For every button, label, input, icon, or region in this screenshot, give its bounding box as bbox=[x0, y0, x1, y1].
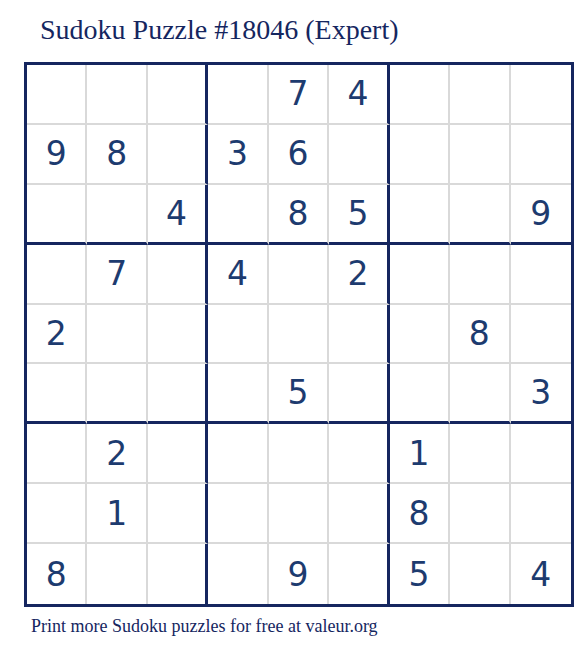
sudoku-cell-r6c9: 3 bbox=[511, 364, 571, 424]
sudoku-cell-r2c9 bbox=[511, 125, 571, 185]
sudoku-cell-r4c1 bbox=[27, 245, 87, 305]
sudoku-cell-r5c1: 2 bbox=[27, 305, 87, 365]
sudoku-cell-r2c2: 8 bbox=[87, 125, 147, 185]
sudoku-cell-r9c2 bbox=[87, 544, 147, 604]
sudoku-cell-r7c1 bbox=[27, 424, 87, 484]
sudoku-cell-r8c4 bbox=[208, 484, 268, 544]
footer-note: Print more Sudoku puzzles for free at va… bbox=[31, 616, 378, 637]
sudoku-cell-r6c5: 5 bbox=[269, 364, 329, 424]
sudoku-cell-r4c5 bbox=[269, 245, 329, 305]
sudoku-cell-r8c5 bbox=[269, 484, 329, 544]
sudoku-cell-r7c8 bbox=[450, 424, 510, 484]
sudoku-cell-r5c2 bbox=[87, 305, 147, 365]
sudoku-cell-r6c3 bbox=[148, 364, 208, 424]
sudoku-cell-r1c9 bbox=[511, 65, 571, 125]
sudoku-cell-r2c3 bbox=[148, 125, 208, 185]
sudoku-cell-r3c9: 9 bbox=[511, 185, 571, 245]
sudoku-cell-r7c2: 2 bbox=[87, 424, 147, 484]
sudoku-cell-r1c5: 7 bbox=[269, 65, 329, 125]
sudoku-cell-r5c3 bbox=[148, 305, 208, 365]
sudoku-cell-r8c2: 1 bbox=[87, 484, 147, 544]
sudoku-cell-r5c4 bbox=[208, 305, 268, 365]
page-title: Sudoku Puzzle #18046 (Expert) bbox=[40, 14, 399, 46]
sudoku-cell-r3c6: 5 bbox=[329, 185, 389, 245]
sudoku-cell-r9c5: 9 bbox=[269, 544, 329, 604]
sudoku-cell-r1c2 bbox=[87, 65, 147, 125]
sudoku-cell-r5c8: 8 bbox=[450, 305, 510, 365]
sudoku-cell-r9c3 bbox=[148, 544, 208, 604]
sudoku-cell-r5c9 bbox=[511, 305, 571, 365]
sudoku-cell-r9c9: 4 bbox=[511, 544, 571, 604]
sudoku-cell-r9c6 bbox=[329, 544, 389, 604]
sudoku-cell-r3c4 bbox=[208, 185, 268, 245]
sudoku-cell-r2c1: 9 bbox=[27, 125, 87, 185]
sudoku-cell-r2c6 bbox=[329, 125, 389, 185]
sudoku-cell-r6c6 bbox=[329, 364, 389, 424]
sudoku-cell-r6c4 bbox=[208, 364, 268, 424]
sudoku-cell-r6c8 bbox=[450, 364, 510, 424]
sudoku-cell-r4c4: 4 bbox=[208, 245, 268, 305]
sudoku-cell-r5c5 bbox=[269, 305, 329, 365]
sudoku-cell-r7c3 bbox=[148, 424, 208, 484]
sudoku-cell-r8c6 bbox=[329, 484, 389, 544]
sudoku-cell-r8c1 bbox=[27, 484, 87, 544]
sudoku-cell-r7c9 bbox=[511, 424, 571, 484]
sudoku-cell-r3c8 bbox=[450, 185, 510, 245]
sudoku-cell-r3c3: 4 bbox=[148, 185, 208, 245]
sudoku-cell-r2c7 bbox=[390, 125, 450, 185]
sudoku-cell-r6c7 bbox=[390, 364, 450, 424]
sudoku-cell-r7c4 bbox=[208, 424, 268, 484]
sudoku-cell-r6c2 bbox=[87, 364, 147, 424]
sudoku-cell-r4c8 bbox=[450, 245, 510, 305]
sudoku-cell-r9c1: 8 bbox=[27, 544, 87, 604]
sudoku-cell-r4c9 bbox=[511, 245, 571, 305]
sudoku-cell-r1c7 bbox=[390, 65, 450, 125]
sudoku-cell-r3c1 bbox=[27, 185, 87, 245]
sudoku-cell-r1c6: 4 bbox=[329, 65, 389, 125]
sudoku-cell-r5c7 bbox=[390, 305, 450, 365]
sudoku-cell-r9c7: 5 bbox=[390, 544, 450, 604]
sudoku-cell-r6c1 bbox=[27, 364, 87, 424]
sudoku-cell-r4c2: 7 bbox=[87, 245, 147, 305]
sudoku-cell-r7c7: 1 bbox=[390, 424, 450, 484]
sudoku-board: 7498364859742285321188954 bbox=[24, 62, 574, 607]
sudoku-cell-r4c6: 2 bbox=[329, 245, 389, 305]
sudoku-cell-r8c8 bbox=[450, 484, 510, 544]
sudoku-cell-r3c5: 8 bbox=[269, 185, 329, 245]
sudoku-cell-r1c8 bbox=[450, 65, 510, 125]
sudoku-cell-r9c4 bbox=[208, 544, 268, 604]
sudoku-cell-r1c4 bbox=[208, 65, 268, 125]
sudoku-cell-r8c9 bbox=[511, 484, 571, 544]
sudoku-cell-r8c3 bbox=[148, 484, 208, 544]
sudoku-cell-r8c7: 8 bbox=[390, 484, 450, 544]
sudoku-cell-r1c1 bbox=[27, 65, 87, 125]
sudoku-cell-r2c8 bbox=[450, 125, 510, 185]
sudoku-cell-r2c5: 6 bbox=[269, 125, 329, 185]
sudoku-cell-r4c3 bbox=[148, 245, 208, 305]
sudoku-cell-r4c7 bbox=[390, 245, 450, 305]
sudoku-cell-r3c7 bbox=[390, 185, 450, 245]
sudoku-cell-r7c6 bbox=[329, 424, 389, 484]
sudoku-cell-r1c3 bbox=[148, 65, 208, 125]
sudoku-cell-r5c6 bbox=[329, 305, 389, 365]
sudoku-cell-r7c5 bbox=[269, 424, 329, 484]
sudoku-cell-r2c4: 3 bbox=[208, 125, 268, 185]
sudoku-cell-r9c8 bbox=[450, 544, 510, 604]
sudoku-cell-r3c2 bbox=[87, 185, 147, 245]
